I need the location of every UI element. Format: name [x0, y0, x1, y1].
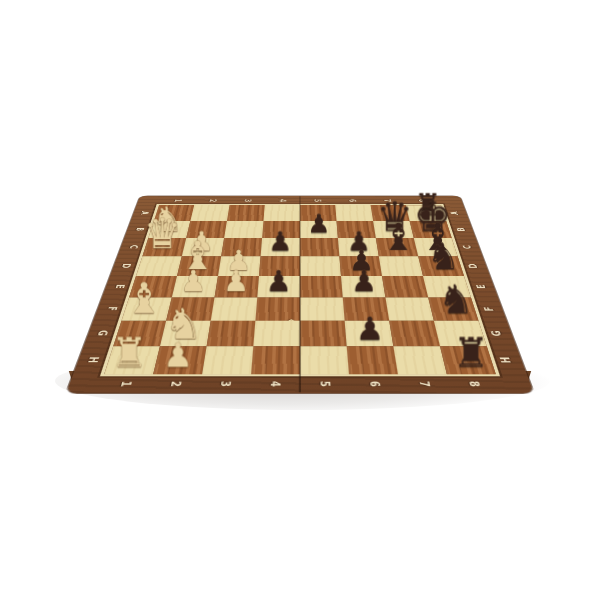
square-h3 [202, 346, 253, 374]
square-c3 [221, 238, 262, 256]
square-c8: ♝ [414, 238, 458, 256]
square-d5 [300, 256, 341, 276]
square-h1: ♜ [104, 346, 160, 374]
black-pawn: ♟ [343, 267, 386, 296]
square-c7: ♝ [376, 238, 418, 256]
coord-label-right-b: B [446, 221, 476, 238]
coord-label-front-2: 2 [149, 374, 203, 393]
square-e4: ♟ [257, 276, 300, 297]
coord-label-front-3: 3 [199, 374, 251, 393]
coord-label-back-5: 5 [300, 196, 335, 205]
square-c4: ♟ [261, 238, 300, 256]
square-c1: ♛ [142, 238, 186, 256]
square-f2 [166, 297, 214, 320]
square-d4 [259, 256, 300, 276]
square-f4: ♚ [255, 297, 300, 320]
square-h5 [300, 346, 349, 374]
square-b8: ♚ [410, 221, 452, 238]
square-h2: ♟ [153, 346, 206, 374]
square-b4 [262, 221, 300, 238]
coord-label-back-8: 8 [404, 196, 442, 205]
square-f8: ♞ [428, 297, 478, 320]
square-e5 [300, 276, 343, 297]
square-g6: ♟ [345, 321, 394, 346]
square-g3 [207, 321, 256, 346]
coord-label-back-3: 3 [229, 196, 265, 205]
square-d6: ♟ [339, 256, 382, 276]
square-a1 [154, 205, 194, 221]
square-b5: ♟ [300, 221, 338, 238]
coord-label-back-4: 4 [265, 196, 300, 205]
square-g5 [300, 321, 347, 346]
square-f3 [211, 297, 258, 320]
square-g8 [434, 321, 487, 346]
coord-label-front-4: 4 [250, 374, 300, 393]
black-pawn: ♟ [341, 247, 382, 275]
coord-label-front-5: 5 [300, 374, 350, 393]
square-a5 [300, 205, 337, 221]
square-d8: ♞ [418, 256, 464, 276]
square-e8 [423, 276, 471, 297]
square-f5 [300, 297, 345, 320]
square-a3 [227, 205, 265, 221]
square-b1: ♞ [148, 221, 190, 238]
square-d2: ♝ [177, 256, 221, 276]
square-h7 [393, 346, 446, 374]
square-c6: ♟ [338, 238, 379, 256]
coord-label-front-1: 1 [98, 374, 153, 393]
square-e1 [129, 276, 177, 297]
square-g4 [253, 321, 300, 346]
square-g1 [113, 321, 166, 346]
square-h8: ♜ [440, 346, 496, 374]
square-d7 [379, 256, 423, 276]
square-e2: ♟ [172, 276, 218, 297]
coord-label-front-6: 6 [349, 374, 401, 393]
square-f6 [343, 297, 390, 320]
white-pawn: ♟ [218, 247, 259, 275]
square-b6 [337, 221, 376, 238]
square-b3 [224, 221, 263, 238]
square-g2: ♞ [160, 321, 211, 346]
square-g7 [389, 321, 440, 346]
coord-label-back-6: 6 [335, 196, 371, 205]
coord-label-front-8: 8 [447, 374, 502, 393]
square-e7 [382, 276, 428, 297]
square-d1 [136, 256, 182, 276]
square-h4 [251, 346, 300, 374]
white-pawn: ♟ [172, 267, 215, 296]
square-a2 [190, 205, 229, 221]
square-d3: ♟ [218, 256, 261, 276]
perspective-scene: ♜♞♟♛♚♛♟♟♟♝♝♝♟♟♞♟♟♟♟♝♚♞♞♟♜♟♜ 112233445566… [0, 0, 600, 600]
square-e3: ♟ [215, 276, 259, 297]
square-b7: ♛ [373, 221, 414, 238]
coord-label-right-c: C [452, 238, 483, 256]
square-e6: ♟ [341, 276, 385, 297]
chess-board: ♜♞♟♛♚♛♟♟♟♝♝♝♟♟♞♟♟♟♟♝♚♞♞♟♜♟♜ 112233445566… [66, 196, 534, 394]
square-c5 [300, 238, 339, 256]
product-photo-stage: ♜♞♟♛♚♛♟♟♟♝♝♝♟♟♞♟♟♟♟♝♚♞♞♟♜♟♜ 112233445566… [0, 0, 600, 600]
square-f1: ♝ [122, 297, 172, 320]
square-a6 [335, 205, 373, 221]
coord-label-back-1: 1 [159, 196, 197, 205]
square-a8: ♜ [406, 205, 446, 221]
black-pawn: ♟ [257, 267, 300, 296]
board-hinge-seam [299, 196, 301, 392]
coord-label-right-d: D [458, 256, 490, 276]
square-b2 [186, 221, 227, 238]
square-f7 [385, 297, 433, 320]
square-c2: ♟ [182, 238, 224, 256]
black-knight: ♞ [434, 279, 479, 319]
square-a7 [371, 205, 410, 221]
white-pawn: ♟ [215, 267, 258, 296]
square-a4 [263, 205, 300, 221]
coord-label-back-2: 2 [194, 196, 231, 205]
coord-label-right-a: A [441, 205, 469, 221]
coord-label-back-7: 7 [369, 196, 406, 205]
square-h6 [347, 346, 398, 374]
coord-label-front-7: 7 [398, 374, 452, 393]
